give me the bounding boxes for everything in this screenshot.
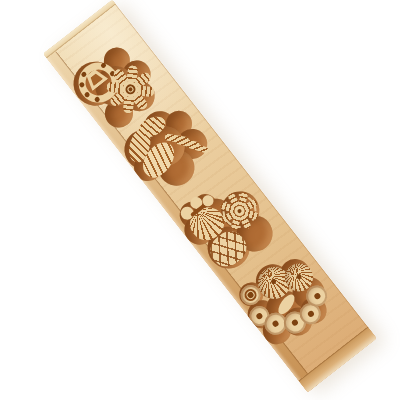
coin-hole — [291, 318, 299, 326]
product-photo — [0, 0, 400, 400]
board-bottom-end-face — [298, 327, 377, 393]
wooden-mold-board — [43, 0, 377, 393]
coin-hole — [306, 310, 314, 318]
ball-dot — [296, 273, 303, 280]
coin-hole — [271, 320, 279, 328]
coin-hole — [312, 292, 320, 300]
ball-dot — [270, 278, 277, 285]
coin-hole — [255, 312, 263, 320]
